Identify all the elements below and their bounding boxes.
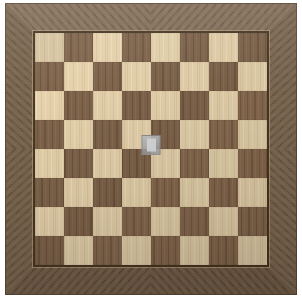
square-d6[interactable] (122, 91, 151, 120)
square-b7[interactable] (64, 62, 93, 91)
square-h6[interactable] (238, 91, 267, 120)
square-c8[interactable] (93, 33, 122, 62)
square-e7[interactable] (151, 62, 180, 91)
square-g7[interactable] (209, 62, 238, 91)
square-e8[interactable] (151, 33, 180, 62)
square-b8[interactable] (64, 33, 93, 62)
square-a1[interactable] (35, 236, 64, 265)
square-b5[interactable] (64, 120, 93, 149)
square-f2[interactable] (180, 207, 209, 236)
square-f6[interactable] (180, 91, 209, 120)
square-g5[interactable] (209, 120, 238, 149)
square-g2[interactable] (209, 207, 238, 236)
square-a2[interactable] (35, 207, 64, 236)
square-a8[interactable] (35, 33, 64, 62)
square-e1[interactable] (151, 236, 180, 265)
square-b6[interactable] (64, 91, 93, 120)
square-c6[interactable] (93, 91, 122, 120)
square-g1[interactable] (209, 236, 238, 265)
image-placeholder-icon (142, 135, 161, 155)
square-h8[interactable] (238, 33, 267, 62)
square-c3[interactable] (93, 178, 122, 207)
square-b1[interactable] (64, 236, 93, 265)
image-placeholder-inner (147, 139, 156, 152)
square-c4[interactable] (93, 149, 122, 178)
square-c1[interactable] (93, 236, 122, 265)
square-h7[interactable] (238, 62, 267, 91)
square-f8[interactable] (180, 33, 209, 62)
chessboard (5, 3, 297, 295)
square-a4[interactable] (35, 149, 64, 178)
square-b4[interactable] (64, 149, 93, 178)
square-d3[interactable] (122, 178, 151, 207)
square-a7[interactable] (35, 62, 64, 91)
square-c2[interactable] (93, 207, 122, 236)
square-c7[interactable] (93, 62, 122, 91)
square-g6[interactable] (209, 91, 238, 120)
square-d8[interactable] (122, 33, 151, 62)
square-f1[interactable] (180, 236, 209, 265)
square-a3[interactable] (35, 178, 64, 207)
square-h3[interactable] (238, 178, 267, 207)
square-d2[interactable] (122, 207, 151, 236)
square-b3[interactable] (64, 178, 93, 207)
square-f3[interactable] (180, 178, 209, 207)
square-e2[interactable] (151, 207, 180, 236)
square-a5[interactable] (35, 120, 64, 149)
square-h5[interactable] (238, 120, 267, 149)
square-f5[interactable] (180, 120, 209, 149)
square-f4[interactable] (180, 149, 209, 178)
square-b2[interactable] (64, 207, 93, 236)
square-d7[interactable] (122, 62, 151, 91)
square-a6[interactable] (35, 91, 64, 120)
square-e3[interactable] (151, 178, 180, 207)
square-h2[interactable] (238, 207, 267, 236)
chessboard-photo (0, 0, 302, 300)
square-e6[interactable] (151, 91, 180, 120)
square-g8[interactable] (209, 33, 238, 62)
square-d1[interactable] (122, 236, 151, 265)
square-c5[interactable] (93, 120, 122, 149)
square-g3[interactable] (209, 178, 238, 207)
square-g4[interactable] (209, 149, 238, 178)
square-h1[interactable] (238, 236, 267, 265)
square-f7[interactable] (180, 62, 209, 91)
square-h4[interactable] (238, 149, 267, 178)
